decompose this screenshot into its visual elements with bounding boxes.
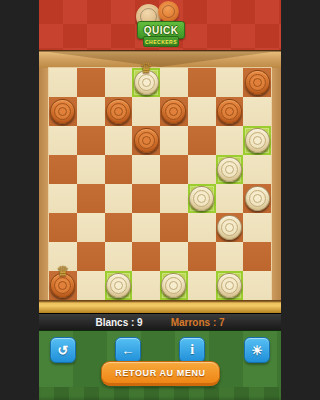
board-square[interactable] <box>160 184 188 213</box>
board-square[interactable] <box>49 242 77 271</box>
board-square[interactable] <box>216 242 244 271</box>
footer-grass-vignette <box>39 387 281 400</box>
hint-button[interactable]: ☀ <box>244 337 270 363</box>
board-square[interactable] <box>105 242 133 271</box>
board-bottom-edge <box>39 300 281 313</box>
board-square[interactable] <box>132 213 160 242</box>
back-arrow-icon: ← <box>121 344 134 357</box>
white-man-piece[interactable] <box>106 273 131 298</box>
board-square[interactable] <box>105 97 133 126</box>
back-button[interactable]: ← <box>115 337 141 363</box>
brown-man-piece[interactable] <box>50 99 75 124</box>
piece-core <box>253 136 262 145</box>
restart-button[interactable]: ↺ <box>50 337 76 363</box>
board-square[interactable] <box>188 184 216 213</box>
white-man-piece[interactable] <box>217 157 242 182</box>
white-score-label: Blancs : 9 <box>95 317 142 328</box>
board-square[interactable] <box>160 97 188 126</box>
logo-title: QUICK <box>144 25 179 36</box>
board-square[interactable] <box>243 213 271 242</box>
piece-core <box>197 194 206 203</box>
board-square[interactable] <box>132 184 160 213</box>
piece-ring <box>110 277 127 294</box>
board-square[interactable] <box>216 126 244 155</box>
toolbar: ↺ ← i ☀ <box>39 337 281 361</box>
piece-ring <box>110 103 127 120</box>
piece-core <box>225 107 234 116</box>
app-window: QUICK CHECKERS ♛♛ Blancs : 9 Marrons : 7… <box>39 0 281 400</box>
board-square[interactable] <box>105 213 133 242</box>
brown-man-piece[interactable] <box>245 70 270 95</box>
return-to-menu-button[interactable]: RETOUR AU MENU <box>101 361 220 386</box>
board-square[interactable] <box>216 68 244 97</box>
board-square[interactable] <box>77 184 105 213</box>
board-square[interactable] <box>105 155 133 184</box>
info-button[interactable]: i <box>179 337 205 363</box>
piece-ring <box>249 74 266 91</box>
brown-man-piece[interactable] <box>134 128 159 153</box>
brown-king-piece[interactable]: ♛ <box>50 273 75 298</box>
piece-ring <box>165 277 182 294</box>
piece-core <box>142 136 151 145</box>
board-square[interactable] <box>105 271 133 300</box>
board-square[interactable] <box>77 213 105 242</box>
board-square[interactable] <box>216 271 244 300</box>
piece-core <box>114 107 123 116</box>
white-man-piece[interactable] <box>217 273 242 298</box>
board-square[interactable] <box>132 155 160 184</box>
board-square[interactable] <box>188 97 216 126</box>
board-square[interactable] <box>188 155 216 184</box>
white-man-piece[interactable] <box>245 186 270 211</box>
board-square[interactable] <box>77 271 105 300</box>
board-square[interactable] <box>160 271 188 300</box>
piece-ring <box>138 74 155 91</box>
return-to-menu-label: RETOUR AU MENU <box>115 368 205 378</box>
piece-ring <box>54 277 71 294</box>
brown-man-piece[interactable] <box>106 99 131 124</box>
board-square[interactable] <box>243 242 271 271</box>
piece-core <box>225 281 234 290</box>
piece-core <box>253 194 262 203</box>
board-square[interactable]: ♛ <box>132 68 160 97</box>
board-square[interactable] <box>105 184 133 213</box>
board-square[interactable]: ♛ <box>49 271 77 300</box>
board-square[interactable] <box>77 126 105 155</box>
board-square[interactable] <box>216 97 244 126</box>
board-square[interactable] <box>188 126 216 155</box>
board-square[interactable] <box>77 97 105 126</box>
board-square[interactable] <box>77 68 105 97</box>
info-icon: i <box>190 343 194 357</box>
board-square[interactable] <box>105 126 133 155</box>
board-square[interactable] <box>216 184 244 213</box>
board-square[interactable] <box>188 271 216 300</box>
board-square[interactable] <box>188 242 216 271</box>
board-square[interactable] <box>243 155 271 184</box>
board-square[interactable] <box>132 126 160 155</box>
brown-man-piece[interactable] <box>217 99 242 124</box>
piece-ring <box>221 277 238 294</box>
board-square[interactable] <box>77 242 105 271</box>
piece-core <box>225 223 234 232</box>
board-square[interactable] <box>160 68 188 97</box>
piece-core <box>253 78 262 87</box>
logo-subtitle: CHECKERS <box>145 39 177 45</box>
board-square[interactable] <box>160 126 188 155</box>
board-square[interactable] <box>188 68 216 97</box>
board-square[interactable] <box>77 155 105 184</box>
board-square[interactable] <box>160 155 188 184</box>
header-banner: QUICK CHECKERS <box>39 0 281 50</box>
piece-ring <box>221 219 238 236</box>
shelf-notch <box>49 52 271 67</box>
board-square[interactable] <box>49 68 77 97</box>
board-square[interactable] <box>243 184 271 213</box>
board-square[interactable] <box>216 155 244 184</box>
white-man-piece[interactable] <box>217 215 242 240</box>
piece-ring <box>165 103 182 120</box>
board-square[interactable] <box>243 68 271 97</box>
brown-score-label: Marrons : 7 <box>171 317 225 328</box>
piece-ring <box>221 103 238 120</box>
piece-core <box>169 281 178 290</box>
piece-ring <box>221 161 238 178</box>
board-square[interactable] <box>105 68 133 97</box>
board-square[interactable] <box>49 184 77 213</box>
logo-checker-orange-icon <box>158 1 179 22</box>
restart-icon: ↺ <box>58 344 69 357</box>
board-square[interactable] <box>132 271 160 300</box>
piece-core <box>58 281 67 290</box>
piece-ring <box>249 190 266 207</box>
board: ♛♛ <box>49 68 271 300</box>
piece-core <box>225 165 234 174</box>
logo-subtitle-ribbon: CHECKERS <box>143 36 179 47</box>
board-square[interactable] <box>216 213 244 242</box>
board-square[interactable] <box>49 126 77 155</box>
board-square[interactable] <box>49 97 77 126</box>
board-square[interactable] <box>160 213 188 242</box>
piece-core <box>114 281 123 290</box>
white-man-piece[interactable] <box>245 128 270 153</box>
piece-core <box>58 107 67 116</box>
piece-ring <box>54 103 71 120</box>
white-man-piece[interactable] <box>189 186 214 211</box>
board-square[interactable] <box>49 213 77 242</box>
board-square[interactable] <box>243 126 271 155</box>
board-square[interactable] <box>188 213 216 242</box>
piece-core <box>142 78 151 87</box>
score-bar: Blancs : 9 Marrons : 7 <box>39 313 281 331</box>
logo-checker-ring <box>162 5 175 18</box>
brown-man-piece[interactable] <box>161 99 186 124</box>
piece-ring <box>193 190 210 207</box>
piece-ring <box>249 132 266 149</box>
board-square[interactable] <box>243 271 271 300</box>
piece-ring <box>138 132 155 149</box>
board-square[interactable] <box>132 242 160 271</box>
hint-bulb-icon: ☀ <box>251 344 263 357</box>
piece-core <box>169 107 178 116</box>
white-man-piece[interactable] <box>161 273 186 298</box>
board-square[interactable] <box>243 97 271 126</box>
board-square[interactable] <box>132 97 160 126</box>
white-king-piece[interactable]: ♛ <box>134 70 159 95</box>
board-square[interactable] <box>49 155 77 184</box>
board-square[interactable] <box>160 242 188 271</box>
